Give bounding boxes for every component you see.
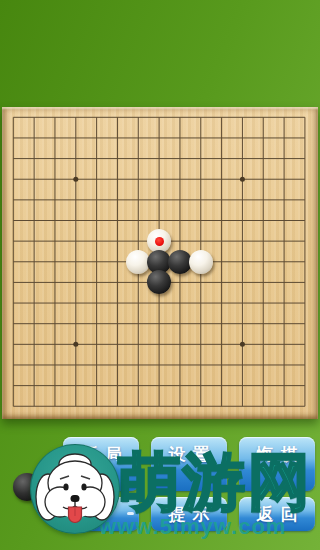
gomoku-board[interactable] bbox=[2, 107, 318, 419]
star-point bbox=[73, 342, 78, 347]
watermark-site-name: 萌游网 bbox=[118, 448, 313, 516]
mascot-dog-badge bbox=[30, 444, 120, 534]
mascot-dog-icon bbox=[31, 445, 119, 533]
star-point bbox=[73, 177, 78, 182]
star-point bbox=[240, 342, 245, 347]
last-move-marker bbox=[155, 237, 164, 246]
obscured-label-fragment bbox=[127, 512, 134, 515]
star-point bbox=[240, 177, 245, 182]
board-grid bbox=[2, 107, 318, 419]
watermark-site-url: www.5imyw.com bbox=[99, 514, 286, 540]
stone-white bbox=[189, 250, 213, 274]
app-screen: 新局 设置 悔棋 提示 返回 萌游网 www.5imyw.com bbox=[0, 0, 320, 550]
